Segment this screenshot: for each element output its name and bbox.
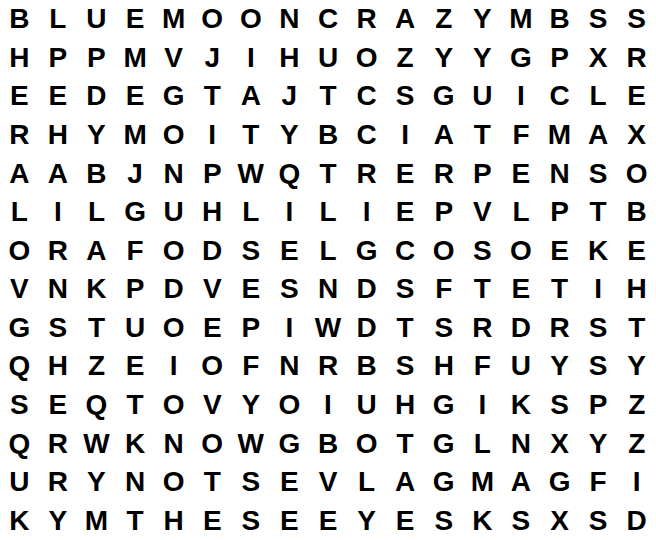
grid-cell[interactable]: I xyxy=(309,386,348,425)
grid-cell[interactable]: G xyxy=(424,424,463,463)
grid-cell[interactable]: N xyxy=(154,154,193,193)
grid-cell[interactable]: Y xyxy=(463,39,502,78)
grid-cell[interactable]: O xyxy=(347,39,386,78)
grid-cell[interactable]: E xyxy=(270,463,309,502)
grid-cell[interactable]: I xyxy=(232,39,271,78)
grid-cell[interactable]: O xyxy=(424,231,463,270)
grid-cell[interactable]: U xyxy=(77,0,116,39)
grid-cell[interactable]: F xyxy=(424,270,463,309)
grid-cell[interactable]: B xyxy=(0,0,39,39)
grid-cell[interactable]: T xyxy=(309,154,348,193)
grid-cell[interactable]: B xyxy=(540,0,579,39)
grid-cell[interactable]: O xyxy=(193,347,232,386)
grid-cell[interactable]: T xyxy=(309,77,348,116)
grid-cell[interactable]: H xyxy=(270,39,309,78)
grid-cell[interactable]: U xyxy=(116,309,155,348)
grid-cell[interactable]: O xyxy=(193,424,232,463)
grid-cell[interactable]: P xyxy=(540,193,579,232)
grid-cell[interactable]: U xyxy=(154,193,193,232)
grid-cell[interactable]: A xyxy=(77,231,116,270)
grid-cell[interactable]: T xyxy=(617,309,656,348)
grid-cell[interactable]: X xyxy=(540,501,579,540)
grid-cell[interactable]: O xyxy=(154,309,193,348)
grid-cell[interactable]: L xyxy=(579,77,618,116)
grid-cell[interactable]: P xyxy=(463,154,502,193)
grid-cell[interactable]: G xyxy=(270,424,309,463)
grid-cell[interactable]: I xyxy=(463,386,502,425)
grid-cell[interactable]: H xyxy=(193,193,232,232)
grid-cell[interactable]: Y xyxy=(39,501,78,540)
grid-cell[interactable]: Z xyxy=(617,424,656,463)
grid-cell[interactable]: K xyxy=(502,386,541,425)
grid-cell[interactable]: X xyxy=(540,424,579,463)
grid-cell[interactable]: G xyxy=(424,386,463,425)
grid-cell[interactable]: C xyxy=(347,77,386,116)
grid-cell[interactable]: O xyxy=(502,231,541,270)
grid-cell[interactable]: S xyxy=(232,501,271,540)
grid-cell[interactable]: Q xyxy=(0,347,39,386)
grid-cell[interactable]: P xyxy=(193,154,232,193)
grid-cell[interactable]: T xyxy=(386,309,425,348)
grid-cell[interactable]: H xyxy=(0,39,39,78)
grid-cell[interactable]: J xyxy=(116,154,155,193)
grid-cell[interactable]: I xyxy=(154,347,193,386)
grid-cell[interactable]: D xyxy=(193,231,232,270)
grid-cell[interactable]: P xyxy=(424,193,463,232)
grid-cell[interactable]: C xyxy=(309,0,348,39)
grid-cell[interactable]: M xyxy=(540,116,579,155)
grid-cell[interactable]: Y xyxy=(424,39,463,78)
grid-cell[interactable]: O xyxy=(347,424,386,463)
grid-cell[interactable]: I xyxy=(193,116,232,155)
grid-cell[interactable]: S xyxy=(579,501,618,540)
grid-cell[interactable]: A xyxy=(579,116,618,155)
grid-cell[interactable]: L xyxy=(463,424,502,463)
grid-cell[interactable]: Q xyxy=(270,154,309,193)
grid-cell[interactable]: G xyxy=(424,463,463,502)
grid-cell[interactable]: T xyxy=(579,193,618,232)
grid-cell[interactable]: Y xyxy=(232,386,271,425)
grid-cell[interactable]: J xyxy=(193,39,232,78)
grid-cell[interactable]: Y xyxy=(270,116,309,155)
grid-cell[interactable]: R xyxy=(309,347,348,386)
grid-cell[interactable]: E xyxy=(502,154,541,193)
grid-cell[interactable]: S xyxy=(579,0,618,39)
grid-cell[interactable]: Y xyxy=(463,0,502,39)
grid-cell[interactable]: N xyxy=(154,424,193,463)
grid-cell[interactable]: N xyxy=(116,463,155,502)
grid-cell[interactable]: P xyxy=(540,39,579,78)
grid-cell[interactable]: U xyxy=(0,463,39,502)
grid-cell[interactable]: R xyxy=(0,116,39,155)
grid-cell[interactable]: B xyxy=(309,424,348,463)
grid-cell[interactable]: R xyxy=(347,0,386,39)
grid-cell[interactable]: U xyxy=(502,347,541,386)
grid-cell[interactable]: X xyxy=(617,116,656,155)
grid-cell[interactable]: S xyxy=(540,386,579,425)
grid-cell[interactable]: L xyxy=(309,193,348,232)
grid-cell[interactable]: I xyxy=(502,77,541,116)
grid-cell[interactable]: R xyxy=(39,424,78,463)
grid-cell[interactable]: W xyxy=(232,154,271,193)
grid-cell[interactable]: O xyxy=(232,0,271,39)
grid-cell[interactable]: M xyxy=(77,501,116,540)
grid-cell[interactable]: D xyxy=(617,501,656,540)
grid-cell[interactable]: K xyxy=(0,501,39,540)
grid-cell[interactable]: I xyxy=(270,193,309,232)
grid-cell[interactable]: L xyxy=(0,193,39,232)
grid-cell[interactable]: G xyxy=(540,463,579,502)
grid-cell[interactable]: U xyxy=(463,77,502,116)
grid-cell[interactable]: Y xyxy=(579,424,618,463)
grid-cell[interactable]: N xyxy=(270,347,309,386)
grid-cell[interactable]: R xyxy=(424,154,463,193)
grid-cell[interactable]: S xyxy=(39,309,78,348)
grid-cell[interactable]: L xyxy=(347,463,386,502)
grid-cell[interactable]: I xyxy=(386,116,425,155)
grid-cell[interactable]: V xyxy=(463,193,502,232)
grid-cell[interactable]: E xyxy=(617,231,656,270)
grid-cell[interactable]: E xyxy=(0,77,39,116)
grid-cell[interactable]: C xyxy=(347,116,386,155)
grid-cell[interactable]: J xyxy=(270,77,309,116)
grid-cell[interactable]: F xyxy=(463,347,502,386)
grid-cell[interactable]: R xyxy=(617,39,656,78)
grid-cell[interactable]: T xyxy=(463,116,502,155)
grid-cell[interactable]: A xyxy=(39,154,78,193)
grid-cell[interactable]: G xyxy=(116,193,155,232)
grid-cell[interactable]: S xyxy=(386,347,425,386)
grid-cell[interactable]: E xyxy=(502,270,541,309)
grid-cell[interactable]: S xyxy=(579,154,618,193)
grid-cell[interactable]: C xyxy=(386,231,425,270)
grid-cell[interactable]: D xyxy=(154,270,193,309)
grid-cell[interactable]: T xyxy=(463,270,502,309)
grid-cell[interactable]: L xyxy=(309,231,348,270)
grid-cell[interactable]: A xyxy=(0,154,39,193)
grid-cell[interactable]: L xyxy=(39,0,78,39)
grid-cell[interactable]: D xyxy=(347,270,386,309)
grid-cell[interactable]: E xyxy=(39,77,78,116)
grid-cell[interactable]: E xyxy=(386,154,425,193)
grid-cell[interactable]: S xyxy=(232,463,271,502)
grid-cell[interactable]: E xyxy=(386,193,425,232)
grid-cell[interactable]: P xyxy=(232,309,271,348)
grid-cell[interactable]: S xyxy=(463,231,502,270)
grid-cell[interactable]: P xyxy=(77,39,116,78)
grid-cell[interactable]: Q xyxy=(0,424,39,463)
grid-cell[interactable]: S xyxy=(502,501,541,540)
grid-cell[interactable]: I xyxy=(579,270,618,309)
grid-cell[interactable]: S xyxy=(579,309,618,348)
grid-cell[interactable]: Y xyxy=(617,347,656,386)
grid-cell[interactable]: N xyxy=(540,154,579,193)
grid-cell[interactable]: M xyxy=(116,39,155,78)
grid-cell[interactable]: Z xyxy=(386,39,425,78)
grid-cell[interactable]: Q xyxy=(77,386,116,425)
grid-cell[interactable]: Z xyxy=(424,0,463,39)
grid-cell[interactable]: H xyxy=(386,386,425,425)
grid-cell[interactable]: N xyxy=(270,0,309,39)
grid-cell[interactable]: E xyxy=(540,231,579,270)
grid-cell[interactable]: G xyxy=(347,231,386,270)
grid-cell[interactable]: D xyxy=(502,309,541,348)
grid-cell[interactable]: Y xyxy=(347,501,386,540)
grid-cell[interactable]: T xyxy=(116,501,155,540)
grid-cell[interactable]: L xyxy=(232,193,271,232)
grid-cell[interactable]: C xyxy=(540,77,579,116)
grid-cell[interactable]: R xyxy=(463,309,502,348)
grid-cell[interactable]: L xyxy=(502,193,541,232)
grid-cell[interactable]: E xyxy=(116,347,155,386)
grid-cell[interactable]: F xyxy=(232,347,271,386)
grid-cell[interactable]: S xyxy=(617,0,656,39)
grid-cell[interactable]: K xyxy=(77,270,116,309)
grid-cell[interactable]: P xyxy=(579,386,618,425)
grid-cell[interactable]: O xyxy=(617,154,656,193)
grid-cell[interactable]: E xyxy=(270,501,309,540)
grid-cell[interactable]: B xyxy=(347,347,386,386)
grid-cell[interactable]: S xyxy=(579,347,618,386)
grid-cell[interactable]: H xyxy=(39,347,78,386)
grid-cell[interactable]: Y xyxy=(77,463,116,502)
grid-cell[interactable]: E xyxy=(116,77,155,116)
grid-cell[interactable]: T xyxy=(232,116,271,155)
grid-cell[interactable]: O xyxy=(154,116,193,155)
grid-cell[interactable]: T xyxy=(193,463,232,502)
grid-cell[interactable]: L xyxy=(77,193,116,232)
grid-cell[interactable]: T xyxy=(193,77,232,116)
grid-cell[interactable]: T xyxy=(386,424,425,463)
grid-cell[interactable]: V xyxy=(0,270,39,309)
grid-cell[interactable]: S xyxy=(0,386,39,425)
grid-cell[interactable]: E xyxy=(193,309,232,348)
grid-cell[interactable]: F xyxy=(579,463,618,502)
grid-cell[interactable]: E xyxy=(193,501,232,540)
grid-cell[interactable]: E xyxy=(386,501,425,540)
grid-cell[interactable]: X xyxy=(579,39,618,78)
grid-cell[interactable]: E xyxy=(116,0,155,39)
grid-cell[interactable]: T xyxy=(77,309,116,348)
grid-cell[interactable]: N xyxy=(502,424,541,463)
grid-cell[interactable]: S xyxy=(386,77,425,116)
grid-cell[interactable]: D xyxy=(347,309,386,348)
grid-cell[interactable]: U xyxy=(347,386,386,425)
grid-cell[interactable]: W xyxy=(309,309,348,348)
grid-cell[interactable]: B xyxy=(617,193,656,232)
grid-cell[interactable]: I xyxy=(347,193,386,232)
grid-cell[interactable]: G xyxy=(154,77,193,116)
grid-cell[interactable]: S xyxy=(270,270,309,309)
grid-cell[interactable]: I xyxy=(39,193,78,232)
grid-cell[interactable]: R xyxy=(39,231,78,270)
grid-cell[interactable]: R xyxy=(347,154,386,193)
grid-cell[interactable]: R xyxy=(39,463,78,502)
grid-cell[interactable]: O xyxy=(0,231,39,270)
grid-cell[interactable]: G xyxy=(0,309,39,348)
grid-cell[interactable]: P xyxy=(116,270,155,309)
grid-cell[interactable]: U xyxy=(309,39,348,78)
grid-cell[interactable]: A xyxy=(386,0,425,39)
grid-cell[interactable]: I xyxy=(270,309,309,348)
grid-cell[interactable]: P xyxy=(39,39,78,78)
grid-cell[interactable]: M xyxy=(154,0,193,39)
grid-cell[interactable]: T xyxy=(540,270,579,309)
grid-cell[interactable]: G xyxy=(424,77,463,116)
grid-cell[interactable]: D xyxy=(77,77,116,116)
grid-cell[interactable]: Y xyxy=(77,116,116,155)
grid-cell[interactable]: S xyxy=(424,309,463,348)
grid-cell[interactable]: R xyxy=(540,309,579,348)
grid-cell[interactable]: V xyxy=(154,39,193,78)
grid-cell[interactable]: S xyxy=(232,231,271,270)
grid-cell[interactable]: H xyxy=(39,116,78,155)
grid-cell[interactable]: M xyxy=(116,116,155,155)
grid-cell[interactable]: E xyxy=(270,231,309,270)
grid-cell[interactable]: S xyxy=(424,501,463,540)
grid-cell[interactable]: G xyxy=(502,39,541,78)
grid-cell[interactable]: F xyxy=(502,116,541,155)
grid-cell[interactable]: M xyxy=(463,463,502,502)
grid-cell[interactable]: V xyxy=(309,463,348,502)
grid-cell[interactable]: V xyxy=(193,386,232,425)
grid-cell[interactable]: S xyxy=(386,270,425,309)
grid-cell[interactable]: F xyxy=(116,231,155,270)
grid-cell[interactable]: A xyxy=(502,463,541,502)
grid-cell[interactable]: H xyxy=(424,347,463,386)
grid-cell[interactable]: Y xyxy=(540,347,579,386)
grid-cell[interactable]: I xyxy=(617,463,656,502)
grid-cell[interactable]: W xyxy=(77,424,116,463)
grid-cell[interactable]: O xyxy=(154,231,193,270)
grid-cell[interactable]: H xyxy=(154,501,193,540)
word-search-grid: BLUEMOONCRAZYMBSSHPPMVJIHUOZYYGPXREEDEGT… xyxy=(0,0,656,540)
grid-cell[interactable]: W xyxy=(232,424,271,463)
grid-cell[interactable]: M xyxy=(502,0,541,39)
grid-cell[interactable]: E xyxy=(232,270,271,309)
grid-cell[interactable]: V xyxy=(193,270,232,309)
grid-cell[interactable]: E xyxy=(617,77,656,116)
grid-cell[interactable]: H xyxy=(617,270,656,309)
grid-cell[interactable]: B xyxy=(77,154,116,193)
grid-cell[interactable]: O xyxy=(193,0,232,39)
grid-cell[interactable]: K xyxy=(463,501,502,540)
grid-cell[interactable]: T xyxy=(116,386,155,425)
grid-cell[interactable]: E xyxy=(309,501,348,540)
grid-cell[interactable]: A xyxy=(386,463,425,502)
grid-cell[interactable]: N xyxy=(39,270,78,309)
grid-cell[interactable]: O xyxy=(154,386,193,425)
grid-cell[interactable]: N xyxy=(309,270,348,309)
grid-cell[interactable]: K xyxy=(579,231,618,270)
grid-cell[interactable]: Z xyxy=(77,347,116,386)
grid-cell[interactable]: K xyxy=(116,424,155,463)
grid-cell[interactable]: A xyxy=(232,77,271,116)
grid-cell[interactable]: Z xyxy=(617,386,656,425)
grid-cell[interactable]: O xyxy=(270,386,309,425)
grid-cell[interactable]: E xyxy=(39,386,78,425)
grid-cell[interactable]: B xyxy=(309,116,348,155)
grid-cell[interactable]: O xyxy=(154,463,193,502)
grid-cell[interactable]: A xyxy=(424,116,463,155)
